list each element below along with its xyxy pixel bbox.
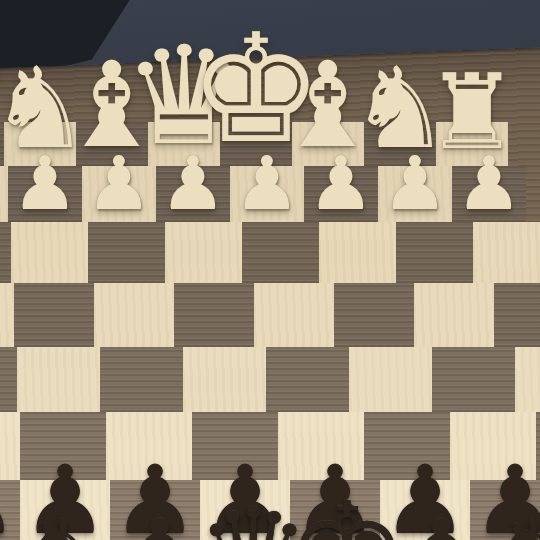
square-d5[interactable]	[183, 347, 266, 412]
square-e5[interactable]	[266, 347, 349, 412]
rank-row-2: ♟♟♟♟♟♟♟♟	[0, 166, 526, 222]
square-g4[interactable]	[414, 283, 494, 347]
square-g6[interactable]	[450, 412, 536, 480]
square-b7[interactable]: ♟	[20, 480, 110, 540]
square-f2[interactable]: ♟	[304, 166, 378, 222]
square-a7[interactable]: ♟	[0, 480, 20, 540]
square-d3[interactable]	[165, 222, 242, 283]
square-c3[interactable]	[88, 222, 165, 283]
square-g2[interactable]: ♟	[378, 166, 452, 222]
square-h1[interactable]: ♜	[436, 122, 508, 166]
square-a5[interactable]	[0, 347, 17, 412]
square-e2[interactable]: ♟	[230, 166, 304, 222]
square-f5[interactable]	[349, 347, 432, 412]
square-a6[interactable]	[0, 412, 20, 480]
square-c1[interactable]: ♝	[76, 122, 148, 166]
square-g5[interactable]	[432, 347, 515, 412]
square-g3[interactable]	[396, 222, 473, 283]
square-e1[interactable]: ♚	[220, 122, 292, 166]
square-d7[interactable]: ♟	[200, 480, 290, 540]
square-h2[interactable]: ♟	[452, 166, 526, 222]
square-f4[interactable]	[334, 283, 414, 347]
square-d2[interactable]: ♟	[156, 166, 230, 222]
square-b3[interactable]	[11, 222, 88, 283]
square-c4[interactable]	[94, 283, 174, 347]
square-e4[interactable]	[254, 283, 334, 347]
square-f6[interactable]	[364, 412, 450, 480]
square-c7[interactable]: ♟	[110, 480, 200, 540]
square-b6[interactable]	[20, 412, 106, 480]
square-h3[interactable]	[473, 222, 540, 283]
square-d6[interactable]	[192, 412, 278, 480]
square-h4[interactable]	[494, 283, 540, 347]
square-b4[interactable]	[14, 283, 94, 347]
square-a2[interactable]: ♟	[0, 166, 8, 222]
rank-row-5	[0, 347, 540, 412]
rank-row-1: ♜♞♝♛♚♝♞♜	[0, 122, 508, 166]
square-f3[interactable]	[319, 222, 396, 283]
square-b5[interactable]	[17, 347, 100, 412]
square-d1[interactable]: ♛	[148, 122, 220, 166]
square-e3[interactable]	[242, 222, 319, 283]
square-f7[interactable]: ♟	[380, 480, 470, 540]
square-a4[interactable]	[0, 283, 14, 347]
chess-photo-scene: ♜♞♝♛♚♝♞♜♟♟♟♟♟♟♟♟♟♟♟♟♟♟♟♟♜♞♝♛♚♝♞♜	[0, 0, 540, 540]
rank-row-3	[0, 222, 540, 283]
square-c5[interactable]	[100, 347, 183, 412]
square-b1[interactable]: ♞	[4, 122, 76, 166]
square-f1[interactable]: ♝	[292, 122, 364, 166]
rank-row-7: ♟♟♟♟♟♟♟♟	[0, 480, 540, 540]
rank-row-6	[0, 412, 540, 480]
square-c2[interactable]: ♟	[82, 166, 156, 222]
rank-row-4	[0, 283, 540, 347]
square-h6[interactable]	[536, 412, 540, 480]
square-b2[interactable]: ♟	[8, 166, 82, 222]
square-a3[interactable]	[0, 222, 11, 283]
square-c6[interactable]	[106, 412, 192, 480]
square-e7[interactable]: ♟	[290, 480, 380, 540]
square-h5[interactable]	[515, 347, 540, 412]
square-d4[interactable]	[174, 283, 254, 347]
square-g7[interactable]: ♟	[470, 480, 540, 540]
square-g1[interactable]: ♞	[364, 122, 436, 166]
square-e6[interactable]	[278, 412, 364, 480]
